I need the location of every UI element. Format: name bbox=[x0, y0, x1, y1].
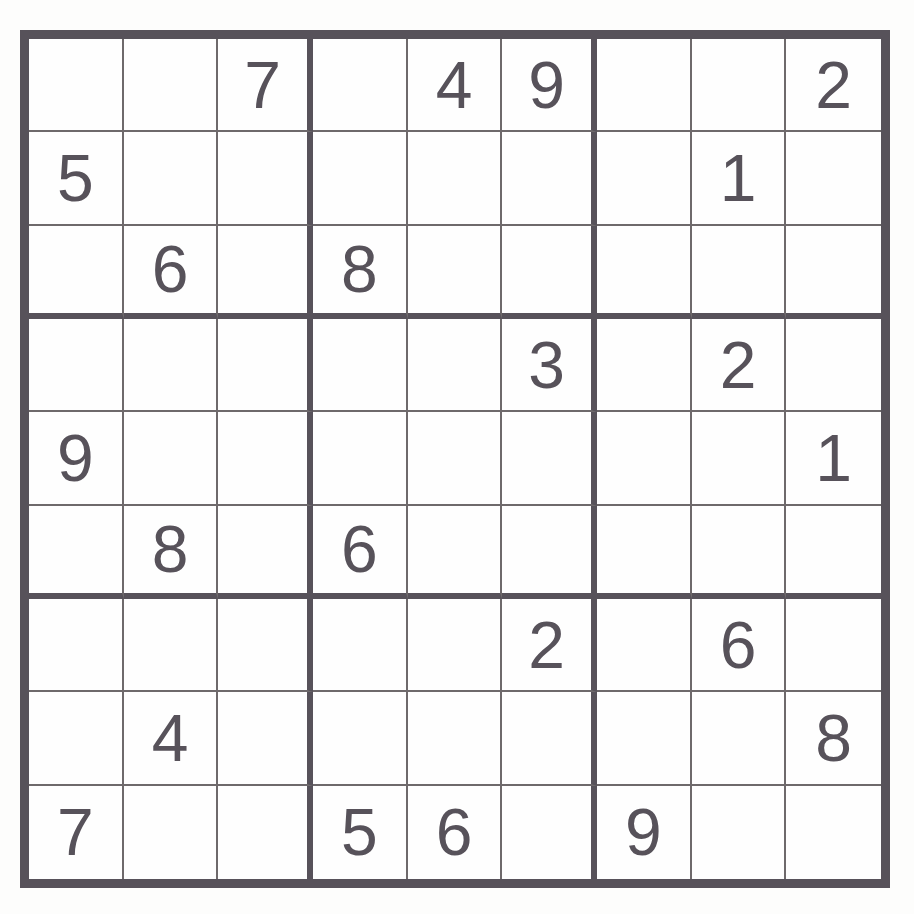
sudoku-cell-r9c5[interactable]: 6 bbox=[408, 786, 503, 879]
sudoku-cell-r8c9[interactable]: 8 bbox=[786, 692, 881, 785]
given-digit: 1 bbox=[720, 145, 757, 211]
sudoku-cell-r4c9[interactable] bbox=[786, 319, 881, 412]
sudoku-cell-r4c7[interactable] bbox=[597, 319, 692, 412]
sudoku-cell-r8c3[interactable] bbox=[218, 692, 313, 785]
sudoku-cell-r4c4[interactable] bbox=[313, 319, 408, 412]
sudoku-cell-r1c9[interactable]: 2 bbox=[786, 39, 881, 132]
sudoku-cell-r4c3[interactable] bbox=[218, 319, 313, 412]
sudoku-cell-r6c7[interactable] bbox=[597, 506, 692, 599]
sudoku-cell-r5c1[interactable]: 9 bbox=[29, 412, 124, 505]
sudoku-cell-r7c8[interactable]: 6 bbox=[692, 599, 787, 692]
sudoku-cell-r2c4[interactable] bbox=[313, 132, 408, 225]
sudoku-cell-r6c2[interactable]: 8 bbox=[124, 506, 219, 599]
sudoku-cell-r6c3[interactable] bbox=[218, 506, 313, 599]
given-digit: 2 bbox=[720, 332, 757, 398]
sudoku-cell-r1c7[interactable] bbox=[597, 39, 692, 132]
sudoku-cell-r5c4[interactable] bbox=[313, 412, 408, 505]
sudoku-cell-r1c4[interactable] bbox=[313, 39, 408, 132]
given-digit: 4 bbox=[436, 52, 473, 118]
sudoku-cell-r1c2[interactable] bbox=[124, 39, 219, 132]
sudoku-cell-r1c5[interactable]: 4 bbox=[408, 39, 503, 132]
sudoku-cell-r8c4[interactable] bbox=[313, 692, 408, 785]
sudoku-cell-r6c9[interactable] bbox=[786, 506, 881, 599]
given-digit: 9 bbox=[625, 799, 662, 865]
sudoku-cell-r6c1[interactable] bbox=[29, 506, 124, 599]
sudoku-cell-r2c6[interactable] bbox=[502, 132, 597, 225]
given-digit: 7 bbox=[57, 799, 94, 865]
sudoku-cell-r2c2[interactable] bbox=[124, 132, 219, 225]
given-digit: 1 bbox=[815, 425, 852, 491]
sudoku-cell-r6c4[interactable]: 6 bbox=[313, 506, 408, 599]
given-digit: 2 bbox=[815, 52, 852, 118]
sudoku-cell-r9c3[interactable] bbox=[218, 786, 313, 879]
sudoku-cell-r7c4[interactable] bbox=[313, 599, 408, 692]
given-digit: 8 bbox=[341, 236, 378, 302]
sudoku-cell-r2c1[interactable]: 5 bbox=[29, 132, 124, 225]
sudoku-cell-r8c1[interactable] bbox=[29, 692, 124, 785]
given-digit: 9 bbox=[528, 52, 565, 118]
sudoku-cell-r5c9[interactable]: 1 bbox=[786, 412, 881, 505]
scanned-sudoku-page: 7492516832918626487569 bbox=[0, 0, 914, 914]
sudoku-cell-r6c8[interactable] bbox=[692, 506, 787, 599]
sudoku-cell-r4c8[interactable]: 2 bbox=[692, 319, 787, 412]
sudoku-cell-r1c6[interactable]: 9 bbox=[502, 39, 597, 132]
sudoku-cell-r9c8[interactable] bbox=[692, 786, 787, 879]
sudoku-cell-r9c1[interactable]: 7 bbox=[29, 786, 124, 879]
given-digit: 5 bbox=[341, 799, 378, 865]
given-digit: 4 bbox=[152, 705, 189, 771]
given-digit: 5 bbox=[57, 145, 94, 211]
sudoku-board: 7492516832918626487569 bbox=[20, 30, 890, 888]
given-digit: 8 bbox=[815, 705, 852, 771]
sudoku-cell-r2c8[interactable]: 1 bbox=[692, 132, 787, 225]
sudoku-cell-r3c6[interactable] bbox=[502, 226, 597, 319]
sudoku-cell-r3c5[interactable] bbox=[408, 226, 503, 319]
sudoku-cell-r7c6[interactable]: 2 bbox=[502, 599, 597, 692]
sudoku-cell-r9c4[interactable]: 5 bbox=[313, 786, 408, 879]
given-digit: 6 bbox=[341, 516, 378, 582]
sudoku-cell-r5c5[interactable] bbox=[408, 412, 503, 505]
sudoku-cell-r3c7[interactable] bbox=[597, 226, 692, 319]
sudoku-cell-r7c2[interactable] bbox=[124, 599, 219, 692]
sudoku-cell-r3c8[interactable] bbox=[692, 226, 787, 319]
given-digit: 6 bbox=[436, 799, 473, 865]
sudoku-cell-r8c5[interactable] bbox=[408, 692, 503, 785]
sudoku-cell-r4c2[interactable] bbox=[124, 319, 219, 412]
sudoku-cell-r2c9[interactable] bbox=[786, 132, 881, 225]
sudoku-cell-r7c5[interactable] bbox=[408, 599, 503, 692]
sudoku-cell-r3c1[interactable] bbox=[29, 226, 124, 319]
sudoku-cell-r3c2[interactable]: 6 bbox=[124, 226, 219, 319]
sudoku-cell-r6c5[interactable] bbox=[408, 506, 503, 599]
sudoku-cell-r5c3[interactable] bbox=[218, 412, 313, 505]
sudoku-cell-r8c7[interactable] bbox=[597, 692, 692, 785]
sudoku-cell-r1c3[interactable]: 7 bbox=[218, 39, 313, 132]
given-digit: 8 bbox=[152, 516, 189, 582]
sudoku-cell-r4c5[interactable] bbox=[408, 319, 503, 412]
sudoku-cell-r4c6[interactable]: 3 bbox=[502, 319, 597, 412]
sudoku-cell-r6c6[interactable] bbox=[502, 506, 597, 599]
given-digit: 9 bbox=[57, 425, 94, 491]
sudoku-cell-r9c6[interactable] bbox=[502, 786, 597, 879]
given-digit: 3 bbox=[528, 332, 565, 398]
given-digit: 6 bbox=[720, 612, 757, 678]
given-digit: 6 bbox=[152, 236, 189, 302]
sudoku-cell-r4c1[interactable] bbox=[29, 319, 124, 412]
sudoku-cell-r7c3[interactable] bbox=[218, 599, 313, 692]
sudoku-cell-r9c9[interactable] bbox=[786, 786, 881, 879]
sudoku-cell-r8c6[interactable] bbox=[502, 692, 597, 785]
given-digit: 7 bbox=[244, 52, 281, 118]
sudoku-cell-r7c9[interactable] bbox=[786, 599, 881, 692]
sudoku-cell-r2c5[interactable] bbox=[408, 132, 503, 225]
sudoku-cell-r5c7[interactable] bbox=[597, 412, 692, 505]
sudoku-cell-r2c7[interactable] bbox=[597, 132, 692, 225]
sudoku-cell-r2c3[interactable] bbox=[218, 132, 313, 225]
sudoku-cell-r9c7[interactable]: 9 bbox=[597, 786, 692, 879]
sudoku-cell-r5c6[interactable] bbox=[502, 412, 597, 505]
sudoku-cell-r8c8[interactable] bbox=[692, 692, 787, 785]
sudoku-cell-r5c8[interactable] bbox=[692, 412, 787, 505]
sudoku-cell-r7c7[interactable] bbox=[597, 599, 692, 692]
sudoku-cell-r9c2[interactable] bbox=[124, 786, 219, 879]
sudoku-cell-r1c1[interactable] bbox=[29, 39, 124, 132]
sudoku-cell-r3c4[interactable]: 8 bbox=[313, 226, 408, 319]
sudoku-cell-r3c9[interactable] bbox=[786, 226, 881, 319]
given-digit: 2 bbox=[528, 612, 565, 678]
sudoku-cell-r3c3[interactable] bbox=[218, 226, 313, 319]
sudoku-cell-r5c2[interactable] bbox=[124, 412, 219, 505]
sudoku-cell-r7c1[interactable] bbox=[29, 599, 124, 692]
sudoku-cell-r8c2[interactable]: 4 bbox=[124, 692, 219, 785]
sudoku-cell-r1c8[interactable] bbox=[692, 39, 787, 132]
